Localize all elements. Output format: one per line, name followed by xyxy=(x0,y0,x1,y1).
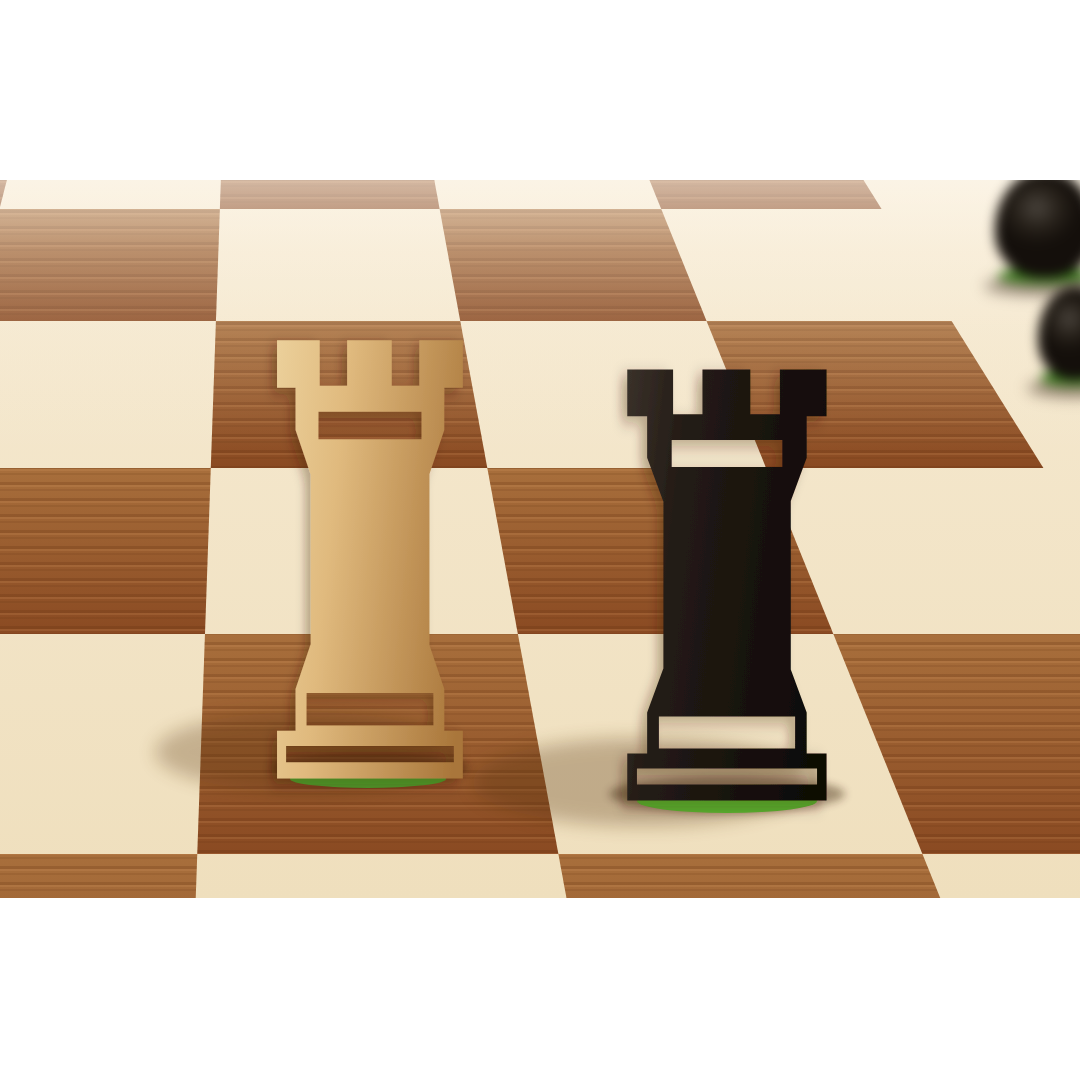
white-background-top xyxy=(0,0,1080,180)
white-rook[interactable]: ♜ xyxy=(222,222,518,898)
chess-pieces-layer: ♜♜ xyxy=(0,180,1080,898)
black-rook[interactable]: ♜ xyxy=(568,252,885,898)
chessboard: ♜♜ xyxy=(0,180,1080,898)
white-background-bottom xyxy=(0,898,1080,1080)
product-photo: ♜♜ xyxy=(0,0,1080,1080)
